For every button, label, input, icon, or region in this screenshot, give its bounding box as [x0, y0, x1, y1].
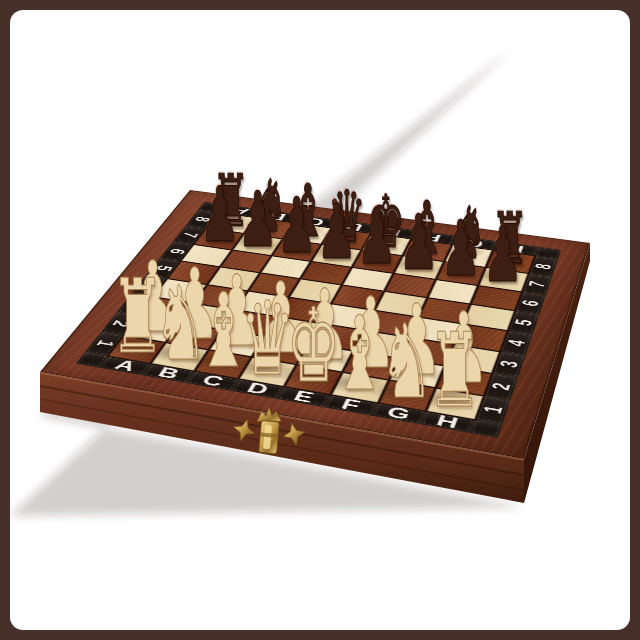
photo-canvas: AABBCCDDEEFFGGHH8877665544332211 ♜♞♝♛♚♝♞… — [10, 10, 630, 630]
photo-frame: AABBCCDDEEFFGGHH8877665544332211 ♜♞♝♛♚♝♞… — [0, 0, 640, 640]
piece-white-rook-h1[interactable]: ♜ — [406, 322, 503, 419]
coordinate-label: 5 — [511, 318, 535, 327]
coordinate-label: 6 — [518, 299, 542, 307]
white-rook-glyph: ♜ — [428, 319, 482, 421]
clasp-star-left — [234, 420, 255, 441]
black-pawn-glyph: ♟ — [483, 218, 523, 294]
clasp-star-right — [283, 423, 305, 445]
clasp-buckle[interactable] — [259, 420, 280, 453]
piece-black-pawn-h7[interactable]: ♟ — [467, 219, 540, 292]
